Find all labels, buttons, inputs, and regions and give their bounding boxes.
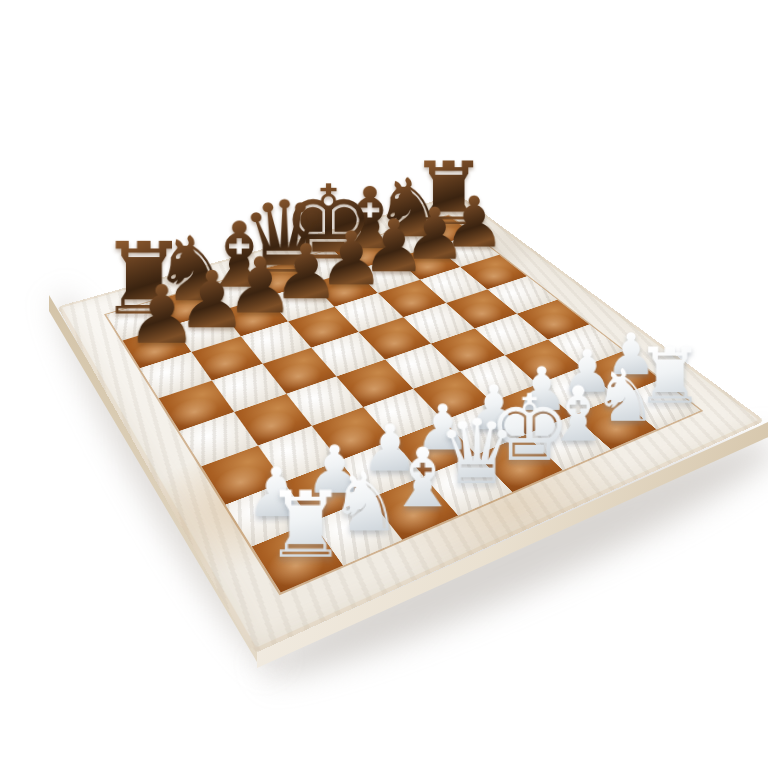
product-photo: ♜♞♝♛♚♝♞♜♟♟♟♟♟♟♟♟♟♟♟♟♟♟♟♟♜♞♝♛♚♝♞♜ bbox=[0, 0, 768, 768]
piece-white-rook: ♜ bbox=[264, 481, 346, 568]
square-a7: ♟ bbox=[123, 325, 192, 368]
board-grid: ♜♞♝♛♚♝♞♜♟♟♟♟♟♟♟♟♟♟♟♟♟♟♟♟♜♞♝♛♚♝♞♜ bbox=[106, 216, 700, 593]
piece-brown-pawn: ♟ bbox=[126, 277, 198, 354]
onyx-slab-border: ♜♞♝♛♚♝♞♜♟♟♟♟♟♟♟♟♟♟♟♟♟♟♟♟♜♞♝♛♚♝♞♜ bbox=[57, 194, 765, 654]
chess-board: ♜♞♝♛♚♝♞♜♟♟♟♟♟♟♟♟♟♟♟♟♟♟♟♟♜♞♝♛♚♝♞♜ bbox=[57, 194, 765, 654]
square-a1: ♜ bbox=[252, 522, 343, 593]
